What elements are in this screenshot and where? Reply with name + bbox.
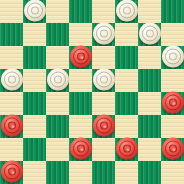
white-piece[interactable]: [139, 22, 161, 44]
board-square-c4r5[interactable]: [92, 115, 115, 138]
piece-inner-ring: [100, 29, 108, 37]
board-square-c3r7[interactable]: [69, 161, 92, 184]
board-square-c3r2[interactable]: [69, 46, 92, 69]
board-square-c2r1[interactable]: [46, 23, 69, 46]
red-piece[interactable]: [1, 160, 23, 182]
piece-inner-ring: [146, 29, 154, 37]
board-square-c3r3[interactable]: [69, 69, 92, 92]
board-square-c5r6[interactable]: [115, 138, 138, 161]
board-square-c2r4[interactable]: [46, 92, 69, 115]
board-square-c7r4[interactable]: [161, 92, 184, 115]
board-square-c3r0[interactable]: [69, 0, 92, 23]
board-square-c7r0[interactable]: [161, 0, 184, 23]
board-square-c2r6[interactable]: [46, 138, 69, 161]
red-piece[interactable]: [162, 91, 184, 113]
board-square-c1r4[interactable]: [23, 92, 46, 115]
board-square-c4r1[interactable]: [92, 23, 115, 46]
white-piece[interactable]: [93, 68, 115, 90]
board-square-c2r7[interactable]: [46, 161, 69, 184]
board-square-c7r3[interactable]: [161, 69, 184, 92]
board-square-c1r7[interactable]: [23, 161, 46, 184]
board-square-c0r4[interactable]: [0, 92, 23, 115]
white-piece[interactable]: [116, 0, 138, 21]
board-square-c2r2[interactable]: [46, 46, 69, 69]
board-square-c4r4[interactable]: [92, 92, 115, 115]
board-square-c0r2[interactable]: [0, 46, 23, 69]
board-square-c6r4[interactable]: [138, 92, 161, 115]
board-square-c7r2[interactable]: [161, 46, 184, 69]
red-piece[interactable]: [93, 114, 115, 136]
board-square-c3r1[interactable]: [69, 23, 92, 46]
board-square-c6r6[interactable]: [138, 138, 161, 161]
piece-inner-ring: [77, 52, 85, 60]
board-square-c0r6[interactable]: [0, 138, 23, 161]
board-square-c0r5[interactable]: [0, 115, 23, 138]
white-piece[interactable]: [1, 68, 23, 90]
board-square-c7r6[interactable]: [161, 138, 184, 161]
piece-inner-ring: [169, 52, 177, 60]
piece-inner-ring: [8, 121, 16, 129]
board-square-c5r1[interactable]: [115, 23, 138, 46]
board-square-c5r3[interactable]: [115, 69, 138, 92]
board-square-c7r5[interactable]: [161, 115, 184, 138]
board-square-c4r2[interactable]: [92, 46, 115, 69]
red-piece[interactable]: [1, 114, 23, 136]
piece-inner-ring: [77, 144, 85, 152]
piece-inner-ring: [54, 75, 62, 83]
board-square-c2r5[interactable]: [46, 115, 69, 138]
board-square-c2r0[interactable]: [46, 0, 69, 23]
board-square-c1r5[interactable]: [23, 115, 46, 138]
board-square-c6r5[interactable]: [138, 115, 161, 138]
white-piece[interactable]: [47, 68, 69, 90]
piece-inner-ring: [8, 75, 16, 83]
red-piece[interactable]: [162, 137, 184, 159]
piece-inner-ring: [100, 75, 108, 83]
checkers-board: [0, 0, 184, 184]
board-square-c1r0[interactable]: [23, 0, 46, 23]
board-square-c5r4[interactable]: [115, 92, 138, 115]
board-square-c7r1[interactable]: [161, 23, 184, 46]
board-square-c6r1[interactable]: [138, 23, 161, 46]
board-square-c5r0[interactable]: [115, 0, 138, 23]
red-piece[interactable]: [70, 137, 92, 159]
board-square-c4r3[interactable]: [92, 69, 115, 92]
red-piece[interactable]: [116, 137, 138, 159]
board-square-c1r1[interactable]: [23, 23, 46, 46]
piece-inner-ring: [100, 121, 108, 129]
board-square-c0r0[interactable]: [0, 0, 23, 23]
board-square-c1r3[interactable]: [23, 69, 46, 92]
white-piece[interactable]: [93, 22, 115, 44]
board-square-c6r2[interactable]: [138, 46, 161, 69]
board-square-c2r3[interactable]: [46, 69, 69, 92]
board-square-c5r7[interactable]: [115, 161, 138, 184]
white-piece[interactable]: [24, 0, 46, 21]
board-square-c5r2[interactable]: [115, 46, 138, 69]
board-square-c5r5[interactable]: [115, 115, 138, 138]
piece-inner-ring: [8, 167, 16, 175]
piece-inner-ring: [123, 6, 131, 14]
board-square-c3r4[interactable]: [69, 92, 92, 115]
board-square-c6r7[interactable]: [138, 161, 161, 184]
board-square-c4r0[interactable]: [92, 0, 115, 23]
white-piece[interactable]: [162, 45, 184, 67]
piece-inner-ring: [123, 144, 131, 152]
board-square-c0r1[interactable]: [0, 23, 23, 46]
piece-inner-ring: [169, 144, 177, 152]
board-square-c1r2[interactable]: [23, 46, 46, 69]
board-square-c6r3[interactable]: [138, 69, 161, 92]
board-square-c4r7[interactable]: [92, 161, 115, 184]
board-square-c4r6[interactable]: [92, 138, 115, 161]
board-square-c0r7[interactable]: [0, 161, 23, 184]
board-square-c3r5[interactable]: [69, 115, 92, 138]
red-piece[interactable]: [70, 45, 92, 67]
piece-inner-ring: [31, 6, 39, 14]
board-square-c7r7[interactable]: [161, 161, 184, 184]
piece-inner-ring: [169, 98, 177, 106]
board-square-c0r3[interactable]: [0, 69, 23, 92]
board-square-c1r6[interactable]: [23, 138, 46, 161]
board-square-c6r0[interactable]: [138, 0, 161, 23]
board-square-c3r6[interactable]: [69, 138, 92, 161]
